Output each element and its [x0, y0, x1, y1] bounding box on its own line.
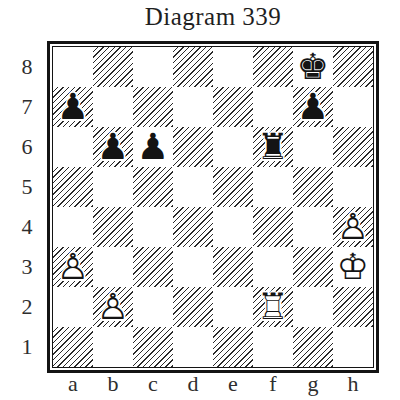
square-e3 [213, 247, 253, 287]
file-label-f: f [253, 371, 293, 397]
square-b7 [93, 87, 133, 127]
square-b2: ♟♙ [93, 287, 133, 327]
square-d8 [173, 47, 213, 87]
piece-black-rook: ♜♜ [253, 127, 293, 167]
piece-black-pawn: ♟♟ [53, 87, 93, 127]
piece-black-pawn: ♟♟ [133, 127, 173, 167]
white-rook-glyph: ♖ [253, 287, 293, 327]
diagram-title: Diagram 339 [47, 3, 379, 31]
square-b5 [93, 167, 133, 207]
square-e5 [213, 167, 253, 207]
piece-black-king: ♚♚ [293, 47, 333, 87]
rank-label-2: 2 [14, 287, 40, 327]
square-e1 [213, 327, 253, 367]
square-f3 [253, 247, 293, 287]
chess-board: ♚♚♟♟♟♟♟♟♟♟♜♜♟♙♟♙♚♔♟♙♜♖ [47, 41, 379, 373]
white-pawn-glyph: ♙ [53, 247, 93, 287]
square-h1 [333, 327, 373, 367]
black-pawn-glyph: ♟ [293, 87, 333, 127]
square-a7: ♟♟ [53, 87, 93, 127]
square-b3 [93, 247, 133, 287]
square-g3 [293, 247, 333, 287]
square-h4: ♟♙ [333, 207, 373, 247]
square-f4 [253, 207, 293, 247]
square-d5 [173, 167, 213, 207]
square-c2 [133, 287, 173, 327]
rank-labels: 87654321 [14, 47, 40, 367]
square-h5 [333, 167, 373, 207]
square-e2 [213, 287, 253, 327]
square-h3: ♚♔ [333, 247, 373, 287]
black-pawn-glyph: ♟ [133, 127, 173, 167]
piece-white-king: ♚♔ [333, 247, 373, 287]
square-d1 [173, 327, 213, 367]
square-g1 [293, 327, 333, 367]
file-label-c: c [133, 371, 173, 397]
square-d2 [173, 287, 213, 327]
square-c8 [133, 47, 173, 87]
rank-label-6: 6 [14, 127, 40, 167]
square-a2 [53, 287, 93, 327]
file-label-e: e [213, 371, 253, 397]
square-d6 [173, 127, 213, 167]
rank-label-1: 1 [14, 327, 40, 367]
square-g5 [293, 167, 333, 207]
black-pawn-glyph: ♟ [93, 127, 133, 167]
black-king-glyph: ♚ [293, 47, 333, 87]
square-d4 [173, 207, 213, 247]
rank-label-4: 4 [14, 207, 40, 247]
square-h8 [333, 47, 373, 87]
square-h6 [333, 127, 373, 167]
rank-label-5: 5 [14, 167, 40, 207]
square-c6: ♟♟ [133, 127, 173, 167]
file-label-d: d [173, 371, 213, 397]
piece-white-pawn: ♟♙ [53, 247, 93, 287]
square-b8 [93, 47, 133, 87]
square-b4 [93, 207, 133, 247]
square-a3: ♟♙ [53, 247, 93, 287]
square-f5 [253, 167, 293, 207]
square-e8 [213, 47, 253, 87]
piece-white-pawn: ♟♙ [93, 287, 133, 327]
white-pawn-glyph: ♙ [93, 287, 133, 327]
square-h2 [333, 287, 373, 327]
square-a5 [53, 167, 93, 207]
square-b6: ♟♟ [93, 127, 133, 167]
file-label-h: h [333, 371, 373, 397]
square-a6 [53, 127, 93, 167]
file-label-a: a [53, 371, 93, 397]
file-labels: abcdefgh [53, 371, 373, 397]
square-b1 [93, 327, 133, 367]
square-g4 [293, 207, 333, 247]
piece-white-pawn: ♟♙ [333, 207, 373, 247]
square-e4 [213, 207, 253, 247]
square-f6: ♜♜ [253, 127, 293, 167]
square-f7 [253, 87, 293, 127]
square-g2 [293, 287, 333, 327]
square-g7: ♟♟ [293, 87, 333, 127]
square-f2: ♜♖ [253, 287, 293, 327]
piece-white-rook: ♜♖ [253, 287, 293, 327]
square-f8 [253, 47, 293, 87]
piece-black-pawn: ♟♟ [293, 87, 333, 127]
square-c4 [133, 207, 173, 247]
square-e7 [213, 87, 253, 127]
square-a8 [53, 47, 93, 87]
square-g8: ♚♚ [293, 47, 333, 87]
square-a4 [53, 207, 93, 247]
file-label-g: g [293, 371, 333, 397]
square-d3 [173, 247, 213, 287]
board-grid: ♚♚♟♟♟♟♟♟♟♟♜♜♟♙♟♙♚♔♟♙♜♖ [52, 46, 374, 368]
rank-label-8: 8 [14, 47, 40, 87]
square-e6 [213, 127, 253, 167]
square-c1 [133, 327, 173, 367]
file-label-b: b [93, 371, 133, 397]
piece-black-pawn: ♟♟ [93, 127, 133, 167]
square-g6 [293, 127, 333, 167]
rank-label-3: 3 [14, 247, 40, 287]
square-f1 [253, 327, 293, 367]
rank-label-7: 7 [14, 87, 40, 127]
black-pawn-glyph: ♟ [53, 87, 93, 127]
square-a1 [53, 327, 93, 367]
square-c5 [133, 167, 173, 207]
square-c3 [133, 247, 173, 287]
square-h7 [333, 87, 373, 127]
square-d7 [173, 87, 213, 127]
white-king-glyph: ♔ [333, 247, 373, 287]
black-rook-glyph: ♜ [253, 127, 293, 167]
square-c7 [133, 87, 173, 127]
white-pawn-glyph: ♙ [333, 207, 373, 247]
